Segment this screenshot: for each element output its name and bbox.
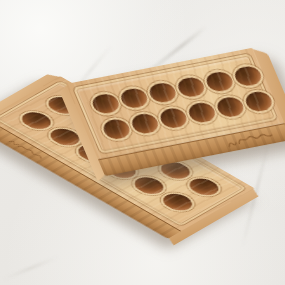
pit-top-r1c5[interactable] — [200, 67, 238, 95]
pit-top-r2c5[interactable] — [211, 93, 249, 121]
pit-bottom-r1c6[interactable] — [181, 173, 228, 200]
pit-bottom-r2c6[interactable] — [154, 188, 201, 215]
board-top — [66, 48, 285, 176]
pit-top-r1c4[interactable] — [172, 73, 210, 101]
marble-vein — [3, 256, 59, 280]
pit-top-r2c1[interactable] — [97, 115, 135, 143]
pit-top-r1c3[interactable] — [143, 78, 181, 106]
pit-top-r2c4[interactable] — [183, 98, 221, 126]
scene — [0, 0, 285, 285]
pit-bottom-r2c5[interactable] — [126, 172, 173, 199]
board-top-pit-grid — [86, 63, 265, 144]
pit-top-r2c2[interactable] — [126, 109, 164, 137]
pit-bottom-r2c1[interactable] — [14, 107, 61, 134]
pit-top-r2c3[interactable] — [154, 104, 192, 132]
pit-top-r1c1[interactable] — [87, 89, 125, 117]
pit-top-r1c2[interactable] — [115, 84, 153, 112]
